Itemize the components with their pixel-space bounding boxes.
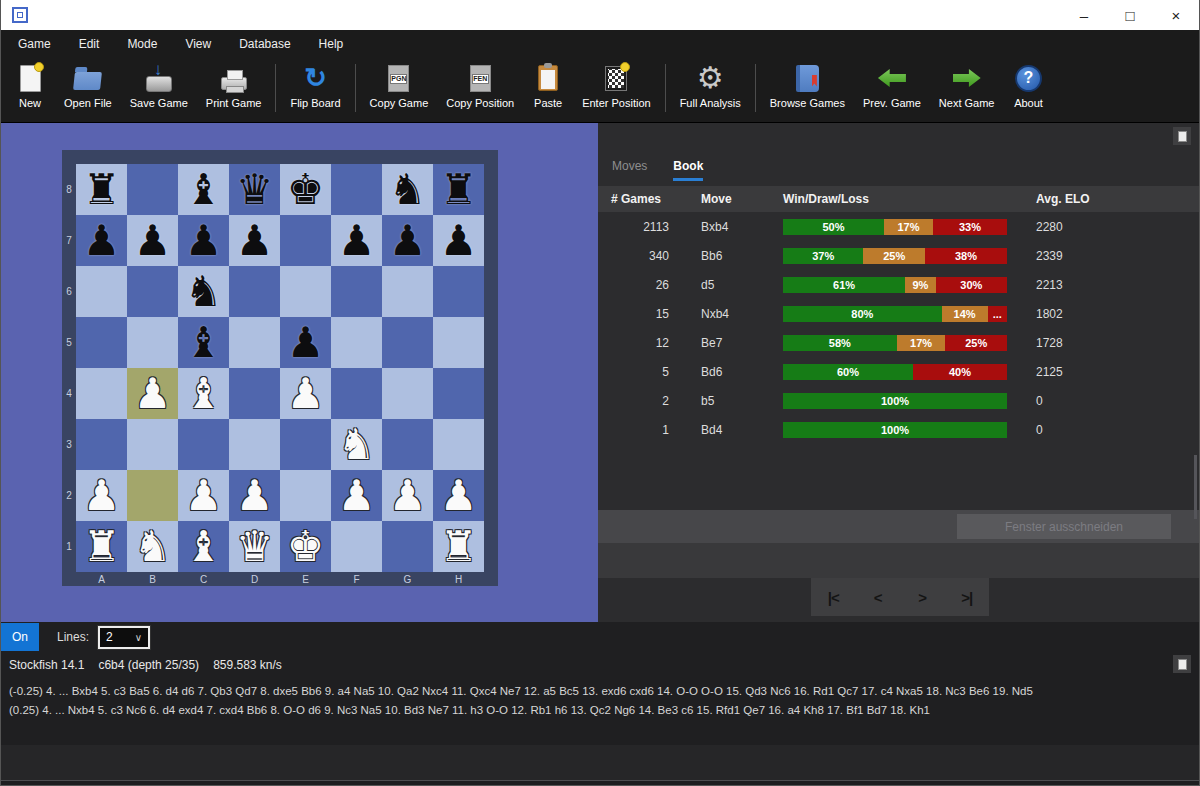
square-c6[interactable]: ♞ (178, 266, 229, 317)
square-f3[interactable]: ♞ (331, 419, 382, 470)
tab-book[interactable]: Book (673, 159, 703, 181)
book-row-Bd4[interactable]: 1Bd4100%0 (598, 415, 1199, 444)
square-a7[interactable]: ♟ (76, 215, 127, 266)
gear-icon: ⚙ (694, 62, 726, 94)
white-bishop: ♝ (185, 373, 223, 415)
white-pawn: ♟ (389, 475, 427, 517)
scrollbar[interactable] (1194, 455, 1197, 519)
avg-elo: 0 (1036, 423, 1199, 437)
file-label: A (76, 572, 127, 586)
book-row-Bb6[interactable]: 340Bb637%25%38%2339 (598, 241, 1199, 270)
loss-segment: 38% (925, 248, 1007, 264)
toolbar-separator (755, 64, 756, 112)
new-document-icon (14, 62, 46, 94)
toolbar-separator (355, 64, 356, 112)
games-count: 2 (611, 394, 701, 408)
lines-value: 2 (106, 630, 113, 644)
black-bishop: ♝ (185, 169, 223, 211)
square-d7[interactable]: ♟ (229, 215, 280, 266)
menu-mode[interactable]: Mode (113, 30, 171, 57)
panel-tabs: Moves Book (598, 153, 1199, 186)
panel-strip (598, 543, 1199, 578)
square-f4[interactable] (331, 368, 382, 419)
position-grid-icon (600, 62, 632, 94)
app-window: – □ × Game Edit Mode View Database Help … (0, 0, 1200, 786)
first-move-button[interactable]: |< (811, 578, 856, 616)
move-label: d5 (701, 278, 783, 292)
square-h4[interactable] (433, 368, 484, 419)
window-page-icon (1178, 659, 1187, 670)
rank-label: 4 (62, 368, 76, 419)
square-e5[interactable]: ♟ (280, 317, 331, 368)
loss-segment: ... (988, 306, 1007, 322)
engine-speed: 859.583 kn/s (213, 658, 282, 672)
square-g3[interactable] (382, 419, 433, 470)
book-row-Bd6[interactable]: 5Bd660%40%2125 (598, 357, 1199, 386)
black-knight: ♞ (185, 271, 223, 313)
draw-segment: 14% (942, 306, 988, 322)
chess-board: 87654321 ABCDEFGH ♜♝♛♚♞♜♟♟♟♟♟♟♟♞♝♟♟♝♟♞♟♟… (62, 150, 498, 586)
loss-segment: 40% (913, 364, 1007, 380)
menu-database[interactable]: Database (225, 30, 304, 57)
menu-view[interactable]: View (171, 30, 225, 57)
square-d4[interactable] (229, 368, 280, 419)
wdl-bar: 80%14%... (783, 306, 1007, 322)
rank-label: 6 (62, 266, 76, 317)
win-segment: 61% (783, 277, 905, 293)
column-elo: Avg. ELO (1036, 192, 1199, 206)
loss-segment: 30% (936, 277, 1007, 293)
green-arrow-left-icon (876, 62, 908, 94)
book-rows: 2113Bxb450%17%33%2280340Bb637%25%38%2339… (598, 212, 1199, 444)
move-label: Bb6 (701, 249, 783, 263)
white-pawn: ♟ (185, 475, 223, 517)
square-e2[interactable] (280, 470, 331, 521)
file-label: G (382, 572, 433, 586)
win-segment: 60% (783, 364, 913, 380)
engine-current-move: c6b4 (depth 25/35) (98, 658, 199, 672)
white-knight: ♞ (134, 526, 172, 568)
square-g2[interactable]: ♟ (382, 470, 433, 521)
square-a5[interactable] (76, 317, 127, 368)
white-pawn: ♟ (236, 475, 274, 517)
square-c7[interactable]: ♟ (178, 215, 229, 266)
engine-panel: On Lines: 2 ∨ Stockfish 14.1 c6b4 (depth… (1, 622, 1199, 785)
rank-label: 2 (62, 470, 76, 521)
square-b4[interactable]: ♟ (127, 368, 178, 419)
move-label: Bd6 (701, 365, 783, 379)
square-f5[interactable] (331, 317, 382, 368)
new-button[interactable]: New (5, 62, 55, 109)
minimize-button[interactable]: – (1061, 0, 1107, 30)
column-wdl: Win/Draw/Loss (783, 192, 1036, 206)
square-f8[interactable] (331, 164, 382, 215)
games-count: 5 (611, 365, 701, 379)
next-move-button[interactable]: > (900, 578, 945, 616)
white-rook: ♜ (440, 526, 478, 568)
save-icon: ↓ (143, 62, 175, 94)
square-a6[interactable] (76, 266, 127, 317)
game-navigation: |< < > >| (598, 578, 1199, 616)
square-g4[interactable] (382, 368, 433, 419)
square-h3[interactable] (433, 419, 484, 470)
square-f7[interactable]: ♟ (331, 215, 382, 266)
square-e8[interactable]: ♚ (280, 164, 331, 215)
copy-game-button[interactable]: PGN Copy Game (361, 62, 438, 109)
menu-help[interactable]: Help (305, 30, 358, 57)
file-label: F (331, 572, 382, 586)
draw-segment: 25% (863, 248, 925, 264)
app-icon (12, 7, 28, 23)
move-label: b5 (701, 394, 783, 408)
white-pawn: ♟ (287, 373, 325, 415)
book-table-header: # Games Move Win/Draw/Loss Avg. ELO (598, 186, 1199, 212)
popout-panel-button[interactable] (1173, 127, 1191, 145)
square-b7[interactable]: ♟ (127, 215, 178, 266)
status-footer-edge (1, 781, 1199, 785)
square-f6[interactable] (331, 266, 382, 317)
file-label: E (280, 572, 331, 586)
avg-elo: 1728 (1036, 336, 1199, 350)
square-c8[interactable]: ♝ (178, 164, 229, 215)
win-segment: 58% (783, 335, 897, 351)
white-pawn: ♟ (83, 475, 121, 517)
square-e4[interactable]: ♟ (280, 368, 331, 419)
copy-position-button[interactable]: FEN Copy Position (437, 62, 523, 109)
black-rook: ♜ (83, 169, 121, 211)
square-c3[interactable] (178, 419, 229, 470)
enter-position-button[interactable]: Enter Position (573, 62, 659, 109)
rank-label: 3 (62, 419, 76, 470)
file-label: D (229, 572, 280, 586)
win-segment: 100% (783, 393, 1007, 409)
avg-elo: 0 (1036, 394, 1199, 408)
move-label: Bd4 (701, 423, 783, 437)
rank-label: 8 (62, 164, 76, 215)
black-king: ♚ (287, 169, 325, 211)
paste-button[interactable]: Paste (523, 62, 573, 109)
move-label: Nxb4 (701, 307, 783, 321)
black-pawn: ♟ (440, 220, 478, 262)
board-squares: ♜♝♛♚♞♜♟♟♟♟♟♟♟♞♝♟♟♝♟♞♟♟♟♟♟♟♜♞♝♛♚♜ (76, 164, 484, 572)
white-queen: ♛ (236, 526, 274, 568)
book-row-Bxb4[interactable]: 2113Bxb450%17%33%2280 (598, 212, 1199, 241)
wdl-bar: 58%17%25% (783, 335, 1007, 351)
wdl-bar: 50%17%33% (783, 219, 1007, 235)
black-bishop: ♝ (185, 322, 223, 364)
chevron-down-icon: ∨ (135, 632, 142, 643)
square-g8[interactable]: ♞ (382, 164, 433, 215)
black-pawn: ♟ (287, 322, 325, 364)
fen-page-icon: FEN (464, 62, 496, 94)
square-a1[interactable]: ♜ (76, 521, 127, 572)
square-f1[interactable] (331, 521, 382, 572)
wdl-bar: 61%9%30% (783, 277, 1007, 293)
square-c2[interactable]: ♟ (178, 470, 229, 521)
menu-edit[interactable]: Edit (65, 30, 114, 57)
flip-board-button[interactable]: ↻ Flip Board (281, 62, 349, 109)
lines-dropdown[interactable]: 2 ∨ (98, 626, 150, 649)
black-pawn: ♟ (389, 220, 427, 262)
book-panel: Moves Book # Games Move Win/Draw/Loss Av… (598, 123, 1199, 622)
menu-game[interactable]: Game (4, 30, 65, 57)
wdl-bar: 37%25%38% (783, 248, 1007, 264)
win-segment: 80% (783, 306, 942, 322)
status-footer (1, 745, 1199, 781)
wdl-bar: 100% (783, 393, 1007, 409)
win-segment: 50% (783, 219, 884, 235)
open-file-button[interactable]: Open File (55, 62, 121, 109)
engine-on-button[interactable]: On (1, 623, 39, 651)
rank-labels: 87654321 (62, 164, 76, 572)
square-g5[interactable] (382, 317, 433, 368)
lines-label: Lines: (57, 630, 89, 644)
square-g7[interactable]: ♟ (382, 215, 433, 266)
book-icon (791, 62, 823, 94)
pv-line-1: (-0.25) 4. ... Bxb4 5. c3 Ba5 6. d4 d6 7… (9, 682, 1199, 701)
board-panel: 87654321 ABCDEFGH ♜♝♛♚♞♜♟♟♟♟♟♟♟♞♝♟♟♝♟♞♟♟… (1, 123, 598, 622)
black-pawn: ♟ (185, 220, 223, 262)
column-move: Move (701, 192, 783, 206)
square-b5[interactable] (127, 317, 178, 368)
flip-board-icon: ↻ (300, 62, 332, 94)
win-segment: 100% (783, 422, 1007, 438)
book-row-Be7[interactable]: 12Be758%17%25%1728 (598, 328, 1199, 357)
wdl-bar: 100% (783, 422, 1007, 438)
green-arrow-right-icon (951, 62, 983, 94)
square-a2[interactable]: ♟ (76, 470, 127, 521)
square-c4[interactable]: ♝ (178, 368, 229, 419)
file-label: B (127, 572, 178, 586)
about-button[interactable]: ? About (1004, 62, 1054, 109)
close-button[interactable]: × (1153, 0, 1199, 30)
last-move-button[interactable]: >| (945, 578, 990, 616)
clipboard-icon (532, 62, 564, 94)
loss-segment: 33% (933, 219, 1007, 235)
black-knight: ♞ (389, 169, 427, 211)
square-b8[interactable] (127, 164, 178, 215)
panel-strip: Fenster ausschneiden (598, 510, 1199, 543)
toolbar-separator (275, 64, 276, 112)
square-g1[interactable] (382, 521, 433, 572)
square-c1[interactable]: ♝ (178, 521, 229, 572)
square-h1[interactable]: ♜ (433, 521, 484, 572)
tab-moves[interactable]: Moves (612, 159, 647, 178)
square-e3[interactable] (280, 419, 331, 470)
window-page-icon (1178, 131, 1187, 142)
square-c5[interactable]: ♝ (178, 317, 229, 368)
square-e7[interactable] (280, 215, 331, 266)
square-h5[interactable] (433, 317, 484, 368)
save-game-button[interactable]: ↓ Save Game (121, 62, 197, 109)
square-h2[interactable]: ♟ (433, 470, 484, 521)
file-labels: ABCDEFGH (76, 572, 484, 586)
rank-label: 1 (62, 521, 76, 572)
draw-segment: 9% (905, 277, 936, 293)
avg-elo: 2125 (1036, 365, 1199, 379)
book-row-b5[interactable]: 2b5100%0 (598, 386, 1199, 415)
square-d5[interactable] (229, 317, 280, 368)
black-pawn: ♟ (83, 220, 121, 262)
cut-window-button[interactable]: Fenster ausschneiden (957, 514, 1171, 539)
rank-label: 5 (62, 317, 76, 368)
square-a4[interactable] (76, 368, 127, 419)
engine-status: Stockfish 14.1 c6b4 (depth 25/35) 859.58… (1, 652, 1199, 678)
square-d6[interactable] (229, 266, 280, 317)
square-e6[interactable] (280, 266, 331, 317)
rank-label: 7 (62, 215, 76, 266)
toolbar-separator (665, 64, 666, 112)
white-rook: ♜ (83, 526, 121, 568)
white-king: ♚ (287, 526, 325, 568)
move-label: Bxb4 (701, 220, 783, 234)
win-segment: 37% (783, 248, 863, 264)
file-label: C (178, 572, 229, 586)
file-label: H (433, 572, 484, 586)
toolbar: New Open File ↓ Save Game Print Game ↻ F… (1, 57, 1199, 123)
square-h7[interactable]: ♟ (433, 215, 484, 266)
engine-name: Stockfish 14.1 (9, 658, 84, 672)
browse-games-button[interactable]: Browse Games (761, 62, 854, 109)
games-count: 26 (611, 278, 701, 292)
games-count: 340 (611, 249, 701, 263)
question-mark-icon: ? (1013, 62, 1045, 94)
square-a3[interactable] (76, 419, 127, 470)
move-label: Be7 (701, 336, 783, 350)
avg-elo: 1802 (1036, 307, 1199, 321)
games-count: 2113 (611, 220, 701, 234)
wdl-bar: 60%40% (783, 364, 1007, 380)
black-pawn: ♟ (338, 220, 376, 262)
square-b6[interactable] (127, 266, 178, 317)
engine-lines: (-0.25) 4. ... Bxb4 5. c3 Ba5 6. d4 d6 7… (1, 678, 1199, 720)
draw-segment: 17% (884, 219, 933, 235)
menu-bar: Game Edit Mode View Database Help (1, 30, 1199, 57)
white-pawn: ♟ (338, 475, 376, 517)
games-count: 15 (611, 307, 701, 321)
square-d1[interactable]: ♛ (229, 521, 280, 572)
avg-elo: 2339 (1036, 249, 1199, 263)
square-b1[interactable]: ♞ (127, 521, 178, 572)
column-games: # Games (611, 192, 701, 206)
draw-segment: 17% (897, 335, 946, 351)
loss-segment: 25% (945, 335, 1007, 351)
games-count: 12 (611, 336, 701, 350)
square-b2[interactable] (127, 470, 178, 521)
white-pawn: ♟ (134, 373, 172, 415)
pv-line-2: (0.25) 4. ... Nxb4 5. c3 Nc6 6. d4 exd4 … (9, 701, 1199, 720)
games-count: 1 (611, 423, 701, 437)
prev-move-button[interactable]: < (856, 578, 901, 616)
black-rook: ♜ (440, 169, 478, 211)
title-bar: – □ × (1, 0, 1199, 30)
square-e1[interactable]: ♚ (280, 521, 331, 572)
square-d3[interactable] (229, 419, 280, 470)
white-knight: ♞ (338, 424, 376, 466)
printer-icon (218, 62, 250, 94)
prev-game-button[interactable]: Prev. Game (854, 62, 930, 109)
avg-elo: 2280 (1036, 220, 1199, 234)
square-g6[interactable] (382, 266, 433, 317)
black-queen: ♛ (236, 169, 274, 211)
avg-elo: 2213 (1036, 278, 1199, 292)
square-h6[interactable] (433, 266, 484, 317)
full-analysis-button[interactable]: ⚙ Full Analysis (671, 62, 750, 109)
print-game-button[interactable]: Print Game (197, 62, 271, 109)
white-pawn: ♟ (440, 475, 478, 517)
book-row-Nxb4[interactable]: 15Nxb480%14%...1802 (598, 299, 1199, 328)
square-a8[interactable]: ♜ (76, 164, 127, 215)
white-bishop: ♝ (185, 526, 223, 568)
book-row-d5[interactable]: 26d561%9%30%2213 (598, 270, 1199, 299)
square-h8[interactable]: ♜ (433, 164, 484, 215)
maximize-button[interactable]: □ (1107, 0, 1153, 30)
square-f2[interactable]: ♟ (331, 470, 382, 521)
black-pawn: ♟ (134, 220, 172, 262)
square-d2[interactable]: ♟ (229, 470, 280, 521)
black-pawn: ♟ (236, 220, 274, 262)
popout-engine-button[interactable] (1173, 655, 1191, 673)
square-d8[interactable]: ♛ (229, 164, 280, 215)
pgn-page-icon: PGN (383, 62, 415, 94)
next-game-button[interactable]: Next Game (930, 62, 1004, 109)
open-folder-icon (72, 62, 104, 94)
square-b3[interactable] (127, 419, 178, 470)
